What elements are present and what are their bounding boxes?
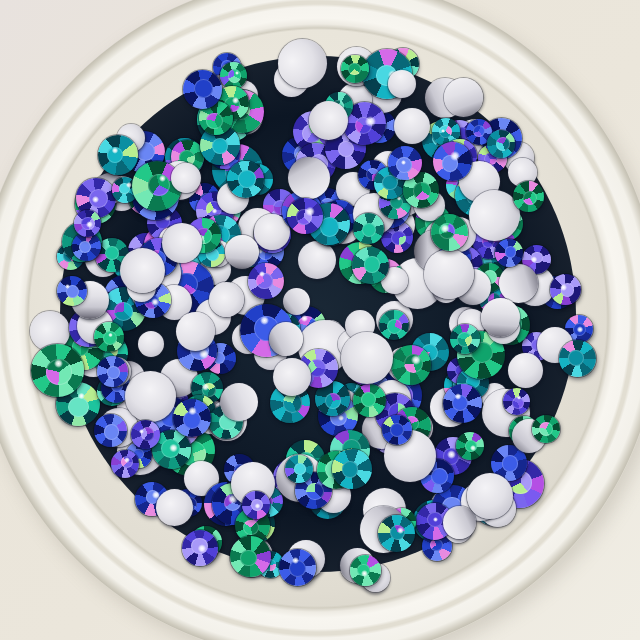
rhinestone-table-facet xyxy=(391,231,405,245)
rhinestone-table-facet xyxy=(194,79,213,98)
rhinestone-table-facet xyxy=(361,392,376,407)
specular-glint xyxy=(455,393,462,400)
rhinestone-table-facet xyxy=(79,241,91,253)
rhinestone-table-facet xyxy=(306,483,323,500)
rhinestone-table-facet xyxy=(348,63,361,76)
specular-glint xyxy=(531,256,537,262)
photo-background xyxy=(0,0,640,640)
rhinestone-crystal-face xyxy=(173,399,211,437)
rhinestone-crystal-face xyxy=(379,310,409,340)
specular-glint xyxy=(365,116,376,127)
rhinestone-crystal-face xyxy=(433,142,472,181)
specular-glint xyxy=(441,129,445,133)
specular-glint xyxy=(92,196,99,203)
rhinestone-crystal-face xyxy=(391,345,431,385)
rhinestone-table-facet xyxy=(457,332,472,347)
rhinestone-table-facet xyxy=(496,137,510,151)
rhinestone-table-facet xyxy=(338,141,354,157)
rhinestone-crystal-face xyxy=(57,276,87,306)
rhinestone-crystal-face xyxy=(382,415,412,445)
specular-glint xyxy=(517,395,522,400)
specular-glint xyxy=(159,175,166,182)
rhinestone-crystal-face xyxy=(227,161,264,198)
rhinestone-flat-back xyxy=(225,235,259,269)
specular-glint xyxy=(447,450,457,460)
specular-glint xyxy=(112,147,118,153)
rhinestone-table-facet xyxy=(68,397,89,418)
rhinestone-crystal-face xyxy=(532,415,560,443)
rhinestone-table-facet xyxy=(473,125,485,137)
rhinestone-crystal-face xyxy=(285,455,313,483)
rhinestone-crystal-face xyxy=(513,181,544,212)
rhinestone-flat-back xyxy=(176,312,215,351)
rhinestone-crystal-face xyxy=(450,324,480,354)
rhinestone-flat-back xyxy=(341,332,393,384)
specular-glint xyxy=(401,160,406,165)
rhinestone-crystal-face xyxy=(98,135,138,175)
rhinestone-flat-back xyxy=(443,506,476,539)
rhinestone-flat-back xyxy=(138,331,164,357)
rhinestone-flat-back xyxy=(278,39,327,88)
specular-glint xyxy=(199,349,209,359)
rhinestone-table-facet xyxy=(430,539,442,551)
rhinestone-table-facet xyxy=(362,223,376,237)
rhinestone-flat-back xyxy=(288,157,330,199)
rhinestone-flat-back xyxy=(388,70,416,98)
rhinestone-crystal-face xyxy=(503,388,530,415)
rhinestone-table-facet xyxy=(240,550,256,566)
rhinestone-crystal-face xyxy=(94,322,124,352)
rhinestone-crystal-face xyxy=(94,414,127,447)
specular-glint xyxy=(124,457,130,463)
rhinestone-crystal-face xyxy=(495,239,523,267)
specular-glint xyxy=(361,570,368,577)
rhinestone-crystal-face xyxy=(220,62,247,89)
rhinestone-table-facet xyxy=(390,423,404,437)
rhinestone-table-facet xyxy=(105,246,119,260)
rhinestone-table-facet xyxy=(294,463,306,475)
rhinestone-crystal-face xyxy=(353,384,386,417)
rhinestone-crystal-face xyxy=(456,432,484,460)
rhinestone-flat-back xyxy=(499,264,538,303)
rhinestone-flat-back xyxy=(273,358,311,396)
specular-glint xyxy=(450,151,460,161)
rhinestone-flat-back xyxy=(120,248,165,293)
rhinestone-crystal-face xyxy=(248,263,284,299)
rhinestone-table-facet xyxy=(431,468,448,485)
rhinestone-crystal-face xyxy=(31,344,84,397)
specular-glint xyxy=(188,407,197,416)
rhinestone-table-facet xyxy=(107,366,120,379)
specular-glint xyxy=(86,221,93,228)
rhinestone-flat-back xyxy=(467,473,513,519)
rhinestone-flat-back xyxy=(424,249,474,299)
rhinestone-table-facet xyxy=(114,302,133,321)
rhinestone-table-facet xyxy=(502,455,519,472)
specular-glint xyxy=(577,326,583,332)
rhinestone-table-facet xyxy=(325,393,341,409)
rhinestone-flat-back xyxy=(269,322,303,356)
rhinestone-flat-back xyxy=(125,371,176,422)
rhinestone-crystal-face xyxy=(230,536,271,577)
specular-glint xyxy=(78,393,85,400)
rhinestone-crystal-face xyxy=(431,214,468,251)
rhinestone-flat-back xyxy=(394,108,430,144)
rhinestone-crystal-face xyxy=(378,515,415,552)
rhinestone-crystal-face xyxy=(279,549,316,586)
rhinestone-table-facet xyxy=(320,217,340,237)
rhinestone-crystal-face xyxy=(183,70,222,109)
rhinestone-crystal-face xyxy=(287,198,323,234)
rhinestone-crystal-face xyxy=(97,356,128,387)
specular-glint xyxy=(139,429,144,434)
rhinestone-table-facet xyxy=(104,424,120,440)
rhinestone-table-facet xyxy=(413,182,431,200)
rhinestone-crystal-face xyxy=(74,210,101,237)
rhinestone-table-facet xyxy=(568,350,584,366)
rhinestone-table-facet xyxy=(238,170,255,187)
specular-glint xyxy=(232,97,239,104)
specular-glint xyxy=(151,298,160,307)
rhinestone-crystal-face xyxy=(443,384,482,423)
specular-glint xyxy=(169,444,178,453)
rhinestone-crystal-face xyxy=(341,55,369,83)
specular-glint xyxy=(305,207,314,216)
rhinestone-flat-back xyxy=(298,241,336,279)
rhinestone-crystal-face xyxy=(487,130,515,158)
rhinestone-table-facet xyxy=(212,138,228,154)
rhinestone-crystal-face xyxy=(350,555,381,586)
rhinestone-flat-back xyxy=(220,383,258,421)
rhinestone-crystal-face xyxy=(550,274,581,305)
rhinestone-table-facet xyxy=(206,113,222,129)
specular-glint xyxy=(440,224,450,234)
specular-glint xyxy=(235,71,239,75)
rhinestone-table-facet xyxy=(342,461,358,477)
rhinestone-table-facet xyxy=(505,246,517,258)
rhinestone-flat-back xyxy=(481,298,520,337)
rhinestone-crystal-face xyxy=(131,420,160,449)
rhinestone-flat-back xyxy=(444,78,483,117)
rhinestone-crystal-face xyxy=(352,247,389,284)
rhinestone-table-facet xyxy=(523,191,537,205)
rhinestone-crystal-face xyxy=(388,146,422,180)
rhinestone-flat-back xyxy=(309,101,348,140)
specular-glint xyxy=(202,383,210,391)
rhinestone-crystal-face xyxy=(559,340,596,377)
specular-glint xyxy=(260,316,269,325)
rhinestone-table-facet xyxy=(539,422,553,436)
rhinestone-flat-back xyxy=(162,223,202,263)
rhinestone-table-facet xyxy=(243,520,259,536)
rhinestone-flat-back xyxy=(508,353,543,388)
rhinestone-crystal-face xyxy=(111,450,139,478)
rhinestone-table-facet xyxy=(387,319,402,334)
rhinestone-crystal-face xyxy=(353,213,384,244)
rhinestone-flat-back xyxy=(156,489,193,526)
rhinestone-crystal-face xyxy=(332,449,372,489)
rhinestone-pile xyxy=(0,0,640,640)
rhinestone-table-facet xyxy=(364,256,380,272)
rhinestone-crystal-face xyxy=(242,491,270,519)
rhinestone-flat-back xyxy=(171,163,201,193)
specular-glint xyxy=(65,284,70,289)
rhinestone-flat-back xyxy=(283,288,310,315)
rhinestone-crystal-face xyxy=(182,530,218,566)
rhinestone-flat-back xyxy=(209,282,244,317)
